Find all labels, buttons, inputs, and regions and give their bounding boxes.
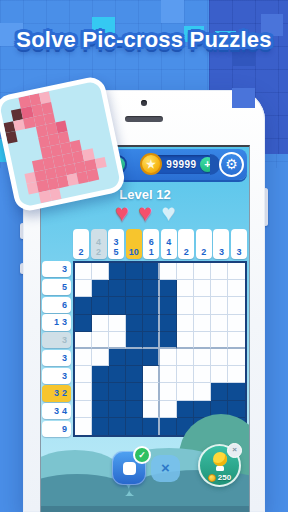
column-clue-10: 3	[231, 229, 247, 259]
x-mark-tool-button[interactable]: ×	[151, 455, 180, 482]
cell-r1c9[interactable]	[211, 263, 228, 280]
cell-r1c3[interactable]	[109, 263, 126, 280]
cell-r7c7[interactable]	[177, 366, 194, 383]
cell-r8c8[interactable]	[194, 383, 211, 400]
cell-r8c5[interactable]	[143, 383, 160, 400]
row-clue-2: 5	[42, 279, 71, 295]
column-clue-2: 42	[91, 229, 107, 259]
cell-r2c9[interactable]	[211, 280, 228, 297]
cell-r6c5[interactable]	[143, 349, 160, 366]
cell-r7c6[interactable]	[160, 366, 177, 383]
cell-r3c2[interactable]	[92, 297, 109, 314]
cell-r5c2[interactable]	[92, 332, 109, 349]
cell-r3c5[interactable]	[143, 297, 160, 314]
hint-button[interactable]: × 250	[198, 444, 241, 487]
cell-r8c3[interactable]	[109, 383, 126, 400]
cell-r10c1[interactable]	[75, 418, 92, 435]
cell-r1c4[interactable]	[126, 263, 143, 280]
cell-r10c4[interactable]	[126, 418, 143, 435]
cell-r5c7[interactable]	[177, 332, 194, 349]
cell-r10c6[interactable]	[160, 418, 177, 435]
cell-r7c1[interactable]	[75, 366, 92, 383]
mini-coin-icon	[208, 474, 216, 482]
cell-r8c2[interactable]	[92, 383, 109, 400]
cell-r5c1[interactable]	[75, 332, 92, 349]
cell-r4c4[interactable]	[126, 315, 143, 332]
row-clue-3: 6	[42, 297, 71, 313]
coins-value: 99999	[166, 155, 197, 174]
cell-r8c10[interactable]	[228, 383, 245, 400]
cell-r6c6[interactable]	[160, 349, 177, 366]
cell-r4c7[interactable]	[177, 315, 194, 332]
cell-r8c7[interactable]	[177, 383, 194, 400]
cell-r8c1[interactable]	[75, 383, 92, 400]
column-clue-7: 2	[178, 229, 194, 259]
lightbulb-base	[216, 466, 224, 471]
cell-r3c3[interactable]	[109, 297, 126, 314]
flamingo-pixel-art	[0, 81, 121, 208]
column-clue-4: 10	[126, 229, 142, 259]
cell-r3c8[interactable]	[194, 297, 211, 314]
cell-r1c8[interactable]	[194, 263, 211, 280]
cell-r7c2[interactable]	[92, 366, 109, 383]
column-clue-5: 61	[143, 229, 159, 259]
heart-full-icon: ♥	[138, 201, 152, 225]
lives-hearts: ♥ ♥ ♥	[41, 201, 249, 225]
cell-r2c8[interactable]	[194, 280, 211, 297]
cell-r2c2[interactable]	[92, 280, 109, 297]
cell-r4c9[interactable]	[211, 315, 228, 332]
cell-r3c1[interactable]	[75, 297, 92, 314]
cell-r5c10[interactable]	[228, 332, 245, 349]
cell-r2c3[interactable]	[109, 280, 126, 297]
cell-r3c7[interactable]	[177, 297, 194, 314]
cell-r4c3[interactable]	[109, 315, 126, 332]
column-clue-1: 2	[73, 229, 89, 259]
cell-r5c9[interactable]	[211, 332, 228, 349]
row-clue-6: 3	[42, 350, 71, 366]
cell-r5c8[interactable]	[194, 332, 211, 349]
cell-r1c2[interactable]	[92, 263, 109, 280]
cell-r8c6[interactable]	[160, 383, 177, 400]
board	[73, 261, 247, 437]
cell-r5c6[interactable]	[160, 332, 177, 349]
camera-icon	[141, 100, 147, 106]
hint-cost: 250	[200, 473, 239, 482]
cell-r4c8[interactable]	[194, 315, 211, 332]
cell-r2c6[interactable]	[160, 280, 177, 297]
cell-r9c5[interactable]	[143, 401, 160, 418]
cell-r2c10[interactable]	[228, 280, 245, 297]
hill-base-strip	[41, 506, 249, 512]
cell-r7c3[interactable]	[109, 366, 126, 383]
cell-r5c4[interactable]	[126, 332, 143, 349]
cell-r8c4[interactable]	[126, 383, 143, 400]
cell-r10c5[interactable]	[143, 418, 160, 435]
cell-r2c4[interactable]	[126, 280, 143, 297]
row-clue-7: 3	[42, 368, 71, 384]
lightbulb-icon	[213, 452, 227, 466]
cell-r1c7[interactable]	[177, 263, 194, 280]
cell-r6c7[interactable]	[177, 349, 194, 366]
cell-r1c1[interactable]	[75, 263, 92, 280]
hint-close-badge: ×	[227, 443, 242, 458]
cell-r1c10[interactable]	[228, 263, 245, 280]
cell-r10c3[interactable]	[109, 418, 126, 435]
settings-button[interactable]: ⚙	[219, 152, 244, 177]
heart-full-icon: ♥	[115, 201, 129, 225]
cell-r10c2[interactable]	[92, 418, 109, 435]
cell-r9c1[interactable]	[75, 401, 92, 418]
cell-r9c6[interactable]	[160, 401, 177, 418]
cell-r1c5[interactable]	[143, 263, 160, 280]
column-clues: 242351061412233	[73, 229, 247, 259]
column-clue-8: 2	[196, 229, 212, 259]
cell-r7c8[interactable]	[194, 366, 211, 383]
cell-r2c1[interactable]	[75, 280, 92, 297]
coin-icon: ★	[140, 153, 162, 175]
cell-r7c10[interactable]	[228, 366, 245, 383]
app-store-screenshot: Solve Pic-cross Puzzles + ★ 99999 + ⚙	[0, 0, 288, 512]
cell-r7c5[interactable]	[143, 366, 160, 383]
speaker-slot	[125, 116, 163, 122]
column-clue-9: 3	[213, 229, 229, 259]
cell-r6c3[interactable]	[109, 349, 126, 366]
row-clues: 3561333332349	[42, 261, 71, 437]
cell-r6c10[interactable]	[228, 349, 245, 366]
background-tile	[161, 0, 184, 23]
cell-r1c6[interactable]	[160, 263, 177, 280]
row-clue-4: 13	[42, 314, 71, 330]
cell-r4c6[interactable]	[160, 315, 177, 332]
pixel	[109, 176, 121, 189]
cell-r3c4[interactable]	[126, 297, 143, 314]
cell-r9c7[interactable]	[177, 401, 194, 418]
background-tile	[232, 88, 255, 108]
cell-r2c5[interactable]	[143, 280, 160, 297]
coins-pill: ★ 99999 +	[147, 155, 217, 174]
cell-r6c2[interactable]	[92, 349, 109, 366]
hint-cost-label: 250	[218, 473, 231, 482]
cell-r7c4[interactable]	[126, 366, 143, 383]
cell-r9c2[interactable]	[92, 401, 109, 418]
fill-square-icon	[123, 462, 136, 475]
cell-r3c10[interactable]	[228, 297, 245, 314]
cell-r5c5[interactable]	[143, 332, 160, 349]
column-clue-3: 35	[108, 229, 124, 259]
cell-r3c6[interactable]	[160, 297, 177, 314]
cell-r6c9[interactable]	[211, 349, 228, 366]
cell-r9c4[interactable]	[126, 401, 143, 418]
column-clue-6: 41	[161, 229, 177, 259]
banner-title: Solve Pic-cross Puzzles	[0, 27, 288, 53]
cell-r6c8[interactable]	[194, 349, 211, 366]
cell-r4c1[interactable]	[75, 315, 92, 332]
cell-r4c2[interactable]	[92, 315, 109, 332]
heart-empty-icon: ♥	[161, 201, 175, 225]
row-clue-8: 32	[42, 385, 71, 401]
row-clue-10: 9	[42, 421, 71, 437]
cell-r6c1[interactable]	[75, 349, 92, 366]
check-badge-icon: ✓	[133, 446, 151, 464]
cell-r6c4[interactable]	[126, 349, 143, 366]
row-clue-5: 3	[42, 332, 71, 348]
cell-r9c3[interactable]	[109, 401, 126, 418]
gear-icon: ⚙	[225, 156, 238, 172]
cell-r5c3[interactable]	[109, 332, 126, 349]
cell-r4c5[interactable]	[143, 315, 160, 332]
cell-r8c9[interactable]	[211, 383, 228, 400]
row-clue-9: 34	[42, 403, 71, 419]
fill-tool-button[interactable]: ✓	[112, 451, 146, 485]
cell-r4c10[interactable]	[228, 315, 245, 332]
cell-r2c7[interactable]	[177, 280, 194, 297]
cell-r3c9[interactable]	[211, 297, 228, 314]
row-clue-1: 3	[42, 261, 71, 277]
cell-r7c9[interactable]	[211, 366, 228, 383]
